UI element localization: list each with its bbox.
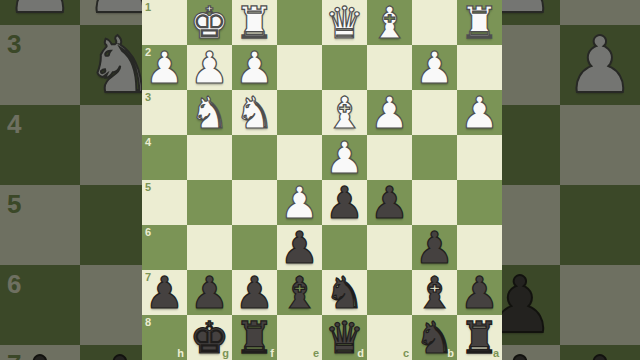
- square-b3[interactable]: [412, 90, 457, 135]
- white-pawn[interactable]: ♟: [232, 45, 277, 90]
- square-e4[interactable]: [277, 135, 322, 180]
- square-c8[interactable]: c: [367, 315, 412, 360]
- black-bishop[interactable]: ♝: [412, 270, 457, 315]
- square-e7[interactable]: ♝: [277, 270, 322, 315]
- black-pawn[interactable]: ♟: [367, 180, 412, 225]
- square-h7[interactable]: 7♟: [142, 270, 187, 315]
- square-a8[interactable]: a♜: [457, 315, 502, 360]
- square-f8[interactable]: f♜: [232, 315, 277, 360]
- white-queen[interactable]: ♛: [322, 0, 367, 45]
- square-c4[interactable]: [367, 135, 412, 180]
- square-e6[interactable]: ♟: [277, 225, 322, 270]
- white-rook[interactable]: ♜: [232, 0, 277, 45]
- white-pawn[interactable]: ♟: [187, 45, 232, 90]
- square-d5[interactable]: ♟: [322, 180, 367, 225]
- square-b1[interactable]: [412, 0, 457, 45]
- rank-label-3: 3: [145, 91, 151, 103]
- square-d6[interactable]: [322, 225, 367, 270]
- square-b5[interactable]: [412, 180, 457, 225]
- square-h5[interactable]: 5: [142, 180, 187, 225]
- square-a4[interactable]: [457, 135, 502, 180]
- square-f5[interactable]: [232, 180, 277, 225]
- square-d2[interactable]: [322, 45, 367, 90]
- white-pawn[interactable]: ♟: [277, 180, 322, 225]
- white-bishop[interactable]: ♝: [322, 90, 367, 135]
- square-g5[interactable]: [187, 180, 232, 225]
- square-d3[interactable]: ♝: [322, 90, 367, 135]
- square-g3[interactable]: ♞: [187, 90, 232, 135]
- black-rook[interactable]: ♜: [457, 315, 502, 360]
- black-pawn[interactable]: ♟: [322, 180, 367, 225]
- square-a1[interactable]: ♜: [457, 0, 502, 45]
- square-g1[interactable]: ♚: [187, 0, 232, 45]
- black-pawn[interactable]: ♟: [277, 225, 322, 270]
- white-rook[interactable]: ♜: [457, 0, 502, 45]
- rank-label-6: 6: [145, 226, 151, 238]
- square-h1[interactable]: 1: [142, 0, 187, 45]
- square-f1[interactable]: ♜: [232, 0, 277, 45]
- file-label-c: c: [403, 347, 409, 359]
- black-pawn[interactable]: ♟: [187, 270, 232, 315]
- square-e5[interactable]: ♟: [277, 180, 322, 225]
- square-g7[interactable]: ♟: [187, 270, 232, 315]
- square-d8[interactable]: d♛: [322, 315, 367, 360]
- square-b7[interactable]: ♝: [412, 270, 457, 315]
- square-f6[interactable]: [232, 225, 277, 270]
- square-e3[interactable]: [277, 90, 322, 135]
- square-h3[interactable]: 3: [142, 90, 187, 135]
- black-knight[interactable]: ♞: [322, 270, 367, 315]
- square-g2[interactable]: ♟: [187, 45, 232, 90]
- black-knight[interactable]: ♞: [412, 315, 457, 360]
- square-f2[interactable]: ♟: [232, 45, 277, 90]
- rank-label-5: 5: [145, 181, 151, 193]
- square-e2[interactable]: [277, 45, 322, 90]
- square-b8[interactable]: b♞: [412, 315, 457, 360]
- white-bishop[interactable]: ♝: [367, 0, 412, 45]
- square-g6[interactable]: [187, 225, 232, 270]
- square-c2[interactable]: [367, 45, 412, 90]
- square-h4[interactable]: 4: [142, 135, 187, 180]
- black-queen[interactable]: ♛: [322, 315, 367, 360]
- square-c7[interactable]: [367, 270, 412, 315]
- square-f7[interactable]: ♟: [232, 270, 277, 315]
- square-g8[interactable]: g♚: [187, 315, 232, 360]
- video-frame: 1♚♜♛♝♜2♟♟♟♟3♞♞♝♟♟4♟5♟♟♟6♟♟7♟♟♟♝♞♝♟8hg♚f♜…: [0, 0, 640, 360]
- square-f3[interactable]: ♞: [232, 90, 277, 135]
- square-c1[interactable]: ♝: [367, 0, 412, 45]
- square-b6[interactable]: ♟: [412, 225, 457, 270]
- square-a6[interactable]: [457, 225, 502, 270]
- black-pawn[interactable]: ♟: [142, 270, 187, 315]
- white-pawn[interactable]: ♟: [367, 90, 412, 135]
- file-label-e: e: [313, 347, 319, 359]
- white-king[interactable]: ♚: [187, 0, 232, 45]
- black-rook[interactable]: ♜: [232, 315, 277, 360]
- rank-label-1: 1: [145, 1, 151, 13]
- square-e8[interactable]: e: [277, 315, 322, 360]
- white-knight[interactable]: ♞: [232, 90, 277, 135]
- square-a5[interactable]: [457, 180, 502, 225]
- black-king[interactable]: ♚: [187, 315, 232, 360]
- square-d4[interactable]: ♟: [322, 135, 367, 180]
- white-pawn[interactable]: ♟: [457, 90, 502, 135]
- square-c5[interactable]: ♟: [367, 180, 412, 225]
- square-a2[interactable]: [457, 45, 502, 90]
- rank-label-4: 4: [145, 136, 151, 148]
- rank-label-8: 8: [145, 316, 151, 328]
- black-pawn[interactable]: ♟: [457, 270, 502, 315]
- square-b4[interactable]: [412, 135, 457, 180]
- square-d1[interactable]: ♛: [322, 0, 367, 45]
- white-pawn[interactable]: ♟: [322, 135, 367, 180]
- square-h6[interactable]: 6: [142, 225, 187, 270]
- black-pawn[interactable]: ♟: [412, 225, 457, 270]
- black-bishop[interactable]: ♝: [277, 270, 322, 315]
- square-h8[interactable]: 8h: [142, 315, 187, 360]
- square-f4[interactable]: [232, 135, 277, 180]
- main-chess-board[interactable]: 1♚♜♛♝♜2♟♟♟♟3♞♞♝♟♟4♟5♟♟♟6♟♟7♟♟♟♝♞♝♟8hg♚f♜…: [142, 0, 502, 360]
- black-pawn[interactable]: ♟: [232, 270, 277, 315]
- square-d7[interactable]: ♞: [322, 270, 367, 315]
- file-label-h: h: [177, 347, 184, 359]
- square-c6[interactable]: [367, 225, 412, 270]
- square-a7[interactable]: ♟: [457, 270, 502, 315]
- square-b2[interactable]: ♟: [412, 45, 457, 90]
- white-pawn[interactable]: ♟: [412, 45, 457, 90]
- white-pawn[interactable]: ♟: [142, 45, 187, 90]
- square-a3[interactable]: ♟: [457, 90, 502, 135]
- square-e1[interactable]: [277, 0, 322, 45]
- square-h2[interactable]: 2♟: [142, 45, 187, 90]
- white-knight[interactable]: ♞: [187, 90, 232, 135]
- square-c3[interactable]: ♟: [367, 90, 412, 135]
- square-g4[interactable]: [187, 135, 232, 180]
